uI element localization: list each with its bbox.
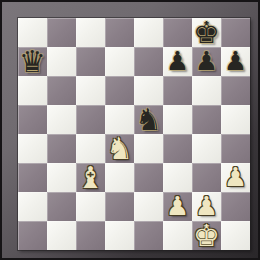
square-b1[interactable]: [47, 221, 76, 250]
square-g6[interactable]: [192, 76, 221, 105]
square-h7[interactable]: ♟: [221, 47, 250, 76]
square-h6[interactable]: [221, 76, 250, 105]
square-f6[interactable]: [163, 76, 192, 105]
square-e3[interactable]: [134, 163, 163, 192]
square-f3[interactable]: [163, 163, 192, 192]
black-pawn[interactable]: ♟: [166, 47, 189, 76]
square-h4[interactable]: [221, 134, 250, 163]
square-b4[interactable]: [47, 134, 76, 163]
black-pawn[interactable]: ♟: [195, 47, 218, 76]
square-g3[interactable]: [192, 163, 221, 192]
square-e5[interactable]: ♞: [134, 105, 163, 134]
white-pawn[interactable]: ♟: [224, 163, 247, 192]
chess-board: ♚♛♟♟♟♞♞♝♟♟♟♚: [18, 18, 250, 250]
square-c6[interactable]: [76, 76, 105, 105]
square-f4[interactable]: [163, 134, 192, 163]
square-f8[interactable]: [163, 18, 192, 47]
square-d8[interactable]: [105, 18, 134, 47]
square-d2[interactable]: [105, 192, 134, 221]
square-c7[interactable]: [76, 47, 105, 76]
square-e8[interactable]: [134, 18, 163, 47]
square-a8[interactable]: [18, 18, 47, 47]
square-h1[interactable]: [221, 221, 250, 250]
white-bishop[interactable]: ♝: [77, 163, 104, 192]
white-knight[interactable]: ♞: [106, 134, 133, 163]
square-h5[interactable]: [221, 105, 250, 134]
black-king[interactable]: ♚: [193, 18, 220, 47]
square-a7[interactable]: ♛: [18, 47, 47, 76]
square-d5[interactable]: [105, 105, 134, 134]
square-c2[interactable]: [76, 192, 105, 221]
square-a5[interactable]: [18, 105, 47, 134]
square-d1[interactable]: [105, 221, 134, 250]
square-h8[interactable]: [221, 18, 250, 47]
black-queen[interactable]: ♛: [19, 47, 46, 76]
square-g5[interactable]: [192, 105, 221, 134]
square-e6[interactable]: [134, 76, 163, 105]
square-d3[interactable]: [105, 163, 134, 192]
square-f7[interactable]: ♟: [163, 47, 192, 76]
square-g1[interactable]: ♚: [192, 221, 221, 250]
square-g8[interactable]: ♚: [192, 18, 221, 47]
square-a4[interactable]: [18, 134, 47, 163]
square-a3[interactable]: [18, 163, 47, 192]
square-c4[interactable]: [76, 134, 105, 163]
square-d4[interactable]: ♞: [105, 134, 134, 163]
square-a6[interactable]: [18, 76, 47, 105]
square-c8[interactable]: [76, 18, 105, 47]
square-d7[interactable]: [105, 47, 134, 76]
square-b5[interactable]: [47, 105, 76, 134]
board-frame: ♚♛♟♟♟♞♞♝♟♟♟♚: [0, 0, 260, 260]
square-h2[interactable]: [221, 192, 250, 221]
square-b6[interactable]: [47, 76, 76, 105]
square-b8[interactable]: [47, 18, 76, 47]
square-e2[interactable]: [134, 192, 163, 221]
square-g7[interactable]: ♟: [192, 47, 221, 76]
black-pawn[interactable]: ♟: [224, 47, 247, 76]
square-e7[interactable]: [134, 47, 163, 76]
square-h3[interactable]: ♟: [221, 163, 250, 192]
square-b3[interactable]: [47, 163, 76, 192]
square-g2[interactable]: ♟: [192, 192, 221, 221]
square-c1[interactable]: [76, 221, 105, 250]
square-f5[interactable]: [163, 105, 192, 134]
square-c5[interactable]: [76, 105, 105, 134]
square-f2[interactable]: ♟: [163, 192, 192, 221]
square-f1[interactable]: [163, 221, 192, 250]
square-a1[interactable]: [18, 221, 47, 250]
square-e1[interactable]: [134, 221, 163, 250]
square-d6[interactable]: [105, 76, 134, 105]
square-e4[interactable]: [134, 134, 163, 163]
square-b2[interactable]: [47, 192, 76, 221]
square-b7[interactable]: [47, 47, 76, 76]
square-g4[interactable]: [192, 134, 221, 163]
white-pawn[interactable]: ♟: [195, 192, 218, 221]
black-knight[interactable]: ♞: [135, 105, 162, 134]
white-king[interactable]: ♚: [193, 221, 220, 250]
square-a2[interactable]: [18, 192, 47, 221]
square-c3[interactable]: ♝: [76, 163, 105, 192]
white-pawn[interactable]: ♟: [166, 192, 189, 221]
